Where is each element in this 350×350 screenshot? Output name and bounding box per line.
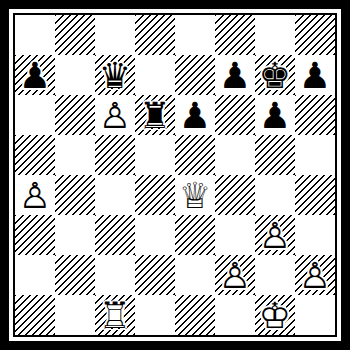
square-e1[interactable] [175, 295, 215, 335]
page: ♟♟♛♛♟♟♚♚♟♟♟♙♜♜♟♟♟♟♟♙♛♕♟♙♟♙♟♙♜♖♚♔ [0, 0, 350, 350]
black-pawn-piece: ♟♟ [215, 55, 255, 95]
black-queen-piece: ♛♛ [95, 55, 135, 95]
square-a7[interactable]: ♟♟ [15, 55, 55, 95]
square-d8[interactable] [135, 15, 175, 55]
square-g7[interactable]: ♚♚ [255, 55, 295, 95]
piece-halo-layer: ♟ [15, 55, 55, 95]
square-d3[interactable] [135, 215, 175, 255]
square-g4[interactable] [255, 175, 295, 215]
piece-halo-layer: ♟ [295, 55, 335, 95]
square-a6[interactable] [15, 95, 55, 135]
square-d2[interactable] [135, 255, 175, 295]
square-a3[interactable] [15, 215, 55, 255]
square-c7[interactable]: ♛♛ [95, 55, 135, 95]
square-g6[interactable]: ♟♟ [255, 95, 295, 135]
square-g1[interactable]: ♚♔ [255, 295, 295, 335]
square-h3[interactable] [295, 215, 335, 255]
piece-halo-layer: ♛ [175, 175, 215, 215]
square-d6[interactable]: ♜♜ [135, 95, 175, 135]
square-e7[interactable] [175, 55, 215, 95]
square-f1[interactable] [215, 295, 255, 335]
piece-halo-layer: ♟ [95, 95, 135, 135]
square-h7[interactable]: ♟♟ [295, 55, 335, 95]
white-pawn-piece: ♟♙ [255, 215, 295, 255]
square-e3[interactable] [175, 215, 215, 255]
square-d4[interactable] [135, 175, 175, 215]
piece-glyph-layer: ♚ [255, 55, 295, 95]
square-e5[interactable] [175, 135, 215, 175]
white-king-piece: ♚♔ [255, 295, 295, 335]
white-queen-piece: ♛♕ [175, 175, 215, 215]
square-c4[interactable] [95, 175, 135, 215]
piece-glyph-layer: ♖ [95, 295, 135, 335]
square-f3[interactable] [215, 215, 255, 255]
square-b5[interactable] [55, 135, 95, 175]
square-b1[interactable] [55, 295, 95, 335]
square-c3[interactable] [95, 215, 135, 255]
square-c5[interactable] [95, 135, 135, 175]
square-b7[interactable] [55, 55, 95, 95]
black-rook-piece: ♜♜ [135, 95, 175, 135]
white-pawn-piece: ♟♙ [295, 255, 335, 295]
square-h4[interactable] [295, 175, 335, 215]
black-pawn-piece: ♟♟ [255, 95, 295, 135]
square-f8[interactable] [215, 15, 255, 55]
piece-glyph-layer: ♕ [175, 175, 215, 215]
square-b3[interactable] [55, 215, 95, 255]
square-g2[interactable] [255, 255, 295, 295]
square-d5[interactable] [135, 135, 175, 175]
square-b2[interactable] [55, 255, 95, 295]
piece-glyph-layer: ♔ [255, 295, 295, 335]
piece-glyph-layer: ♙ [15, 175, 55, 215]
black-pawn-piece: ♟♟ [175, 95, 215, 135]
square-c2[interactable] [95, 255, 135, 295]
piece-glyph-layer: ♛ [95, 55, 135, 95]
black-pawn-piece: ♟♟ [15, 55, 55, 95]
square-h5[interactable] [295, 135, 335, 175]
square-c6[interactable]: ♟♙ [95, 95, 135, 135]
piece-glyph-layer: ♙ [295, 255, 335, 295]
square-a1[interactable] [15, 295, 55, 335]
board-frame: ♟♟♛♛♟♟♚♚♟♟♟♙♜♜♟♟♟♟♟♙♛♕♟♙♟♙♟♙♜♖♚♔ [0, 0, 350, 350]
square-a8[interactable] [15, 15, 55, 55]
square-g3[interactable]: ♟♙ [255, 215, 295, 255]
piece-glyph-layer: ♙ [215, 255, 255, 295]
square-c1[interactable]: ♜♖ [95, 295, 135, 335]
square-e6[interactable]: ♟♟ [175, 95, 215, 135]
square-c8[interactable] [95, 15, 135, 55]
square-e2[interactable] [175, 255, 215, 295]
piece-halo-layer: ♟ [295, 255, 335, 295]
piece-glyph-layer: ♟ [15, 55, 55, 95]
piece-glyph-layer: ♜ [135, 95, 175, 135]
black-king-piece: ♚♚ [255, 55, 295, 95]
square-d7[interactable] [135, 55, 175, 95]
piece-halo-layer: ♟ [215, 55, 255, 95]
square-b4[interactable] [55, 175, 95, 215]
white-rook-piece: ♜♖ [95, 295, 135, 335]
square-h6[interactable] [295, 95, 335, 135]
piece-halo-layer: ♟ [15, 175, 55, 215]
piece-glyph-layer: ♟ [215, 55, 255, 95]
square-e8[interactable] [175, 15, 215, 55]
white-pawn-piece: ♟♙ [95, 95, 135, 135]
black-pawn-piece: ♟♟ [295, 55, 335, 95]
square-h1[interactable] [295, 295, 335, 335]
square-g5[interactable] [255, 135, 295, 175]
square-f4[interactable] [215, 175, 255, 215]
square-h8[interactable] [295, 15, 335, 55]
square-f6[interactable] [215, 95, 255, 135]
piece-halo-layer: ♛ [95, 55, 135, 95]
square-a4[interactable]: ♟♙ [15, 175, 55, 215]
chess-board: ♟♟♛♛♟♟♚♚♟♟♟♙♜♜♟♟♟♟♟♙♛♕♟♙♟♙♟♙♜♖♚♔ [13, 13, 337, 337]
square-e4[interactable]: ♛♕ [175, 175, 215, 215]
square-b8[interactable] [55, 15, 95, 55]
piece-halo-layer: ♚ [255, 295, 295, 335]
square-a5[interactable] [15, 135, 55, 175]
white-pawn-piece: ♟♙ [215, 255, 255, 295]
piece-glyph-layer: ♟ [175, 95, 215, 135]
piece-halo-layer: ♚ [255, 55, 295, 95]
piece-halo-layer: ♟ [255, 95, 295, 135]
square-f2[interactable]: ♟♙ [215, 255, 255, 295]
square-d1[interactable] [135, 295, 175, 335]
square-a2[interactable] [15, 255, 55, 295]
piece-glyph-layer: ♟ [255, 95, 295, 135]
piece-glyph-layer: ♙ [255, 215, 295, 255]
piece-halo-layer: ♟ [255, 215, 295, 255]
white-pawn-piece: ♟♙ [15, 175, 55, 215]
piece-halo-layer: ♜ [95, 295, 135, 335]
square-g8[interactable] [255, 15, 295, 55]
square-f7[interactable]: ♟♟ [215, 55, 255, 95]
piece-glyph-layer: ♟ [295, 55, 335, 95]
piece-glyph-layer: ♙ [95, 95, 135, 135]
piece-halo-layer: ♟ [215, 255, 255, 295]
square-h2[interactable]: ♟♙ [295, 255, 335, 295]
square-b6[interactable] [55, 95, 95, 135]
square-f5[interactable] [215, 135, 255, 175]
piece-halo-layer: ♟ [175, 95, 215, 135]
piece-halo-layer: ♜ [135, 95, 175, 135]
